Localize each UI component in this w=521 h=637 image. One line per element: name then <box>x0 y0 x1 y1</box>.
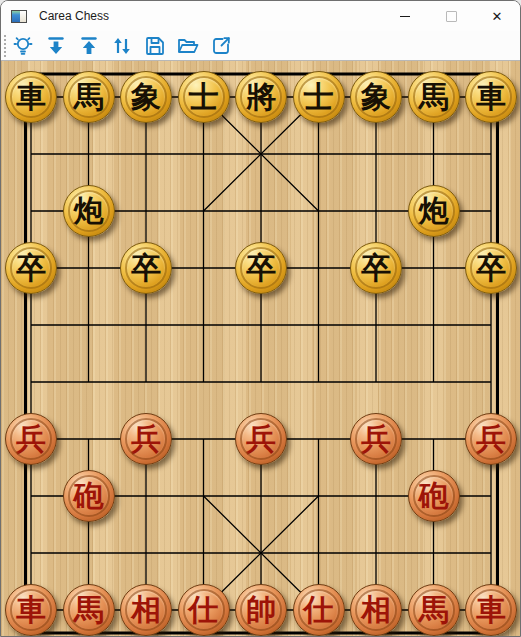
piece-red-cannon[interactable]: 砲 <box>63 470 115 522</box>
up-down-arrows-icon <box>110 34 134 58</box>
app-icon <box>11 10 27 23</box>
hint-button[interactable] <box>7 32 38 60</box>
close-icon: ✕ <box>492 10 503 23</box>
app-window: Carea Chess ✕ <box>0 0 521 637</box>
piece-black-chariot[interactable]: 車 <box>465 71 517 123</box>
piece-red-chariot[interactable]: 車 <box>465 584 517 636</box>
piece-black-soldier[interactable]: 卒 <box>465 242 517 294</box>
lightbulb-icon <box>11 34 35 58</box>
piece-black-horse[interactable]: 馬 <box>63 71 115 123</box>
toolbar <box>1 31 520 61</box>
piece-black-general[interactable]: 將 <box>235 71 287 123</box>
piece-red-chariot[interactable]: 車 <box>5 584 57 636</box>
up-arrow-bar-icon <box>77 34 101 58</box>
piece-red-cannon[interactable]: 砲 <box>408 470 460 522</box>
piece-red-soldier[interactable]: 兵 <box>5 413 57 465</box>
piece-red-elephant[interactable]: 相 <box>120 584 172 636</box>
close-button[interactable]: ✕ <box>474 1 520 31</box>
move-up-button[interactable] <box>73 32 104 60</box>
piece-red-soldier[interactable]: 兵 <box>465 413 517 465</box>
minimize-icon <box>400 16 410 17</box>
move-down-button[interactable] <box>40 32 71 60</box>
swap-sides-button[interactable] <box>106 32 137 60</box>
open-folder-icon <box>176 34 200 58</box>
board[interactable]: 車馬象士將士象馬車炮炮卒卒卒卒卒兵兵兵兵兵砲砲車馬相仕帥仕相馬車 <box>1 61 521 637</box>
share-icon <box>209 34 233 58</box>
titlebar[interactable]: Carea Chess ✕ <box>1 1 520 31</box>
piece-black-elephant[interactable]: 象 <box>350 71 402 123</box>
piece-red-soldier[interactable]: 兵 <box>350 413 402 465</box>
minimize-button[interactable] <box>382 1 428 31</box>
board-grid <box>1 61 521 637</box>
piece-red-horse[interactable]: 馬 <box>63 584 115 636</box>
piece-black-advisor[interactable]: 士 <box>293 71 345 123</box>
window-title: Carea Chess <box>39 9 109 23</box>
export-button[interactable] <box>205 32 236 60</box>
down-arrow-bar-icon <box>44 34 68 58</box>
piece-black-horse[interactable]: 馬 <box>408 71 460 123</box>
floppy-disk-icon <box>143 34 167 58</box>
piece-black-elephant[interactable]: 象 <box>120 71 172 123</box>
piece-black-soldier[interactable]: 卒 <box>350 242 402 294</box>
maximize-icon <box>446 11 457 22</box>
piece-black-soldier[interactable]: 卒 <box>5 242 57 294</box>
open-button[interactable] <box>172 32 203 60</box>
piece-red-advisor[interactable]: 仕 <box>178 584 230 636</box>
save-button[interactable] <box>139 32 170 60</box>
piece-black-chariot[interactable]: 車 <box>5 71 57 123</box>
piece-black-cannon[interactable]: 炮 <box>63 185 115 237</box>
maximize-button <box>428 1 474 31</box>
piece-red-general[interactable]: 帥 <box>235 584 287 636</box>
piece-black-soldier[interactable]: 卒 <box>235 242 287 294</box>
piece-red-advisor[interactable]: 仕 <box>293 584 345 636</box>
toolbar-grip[interactable] <box>4 35 6 57</box>
piece-black-soldier[interactable]: 卒 <box>120 242 172 294</box>
piece-black-cannon[interactable]: 炮 <box>408 185 460 237</box>
piece-red-soldier[interactable]: 兵 <box>235 413 287 465</box>
piece-black-advisor[interactable]: 士 <box>178 71 230 123</box>
piece-red-soldier[interactable]: 兵 <box>120 413 172 465</box>
piece-red-elephant[interactable]: 相 <box>350 584 402 636</box>
piece-red-horse[interactable]: 馬 <box>408 584 460 636</box>
